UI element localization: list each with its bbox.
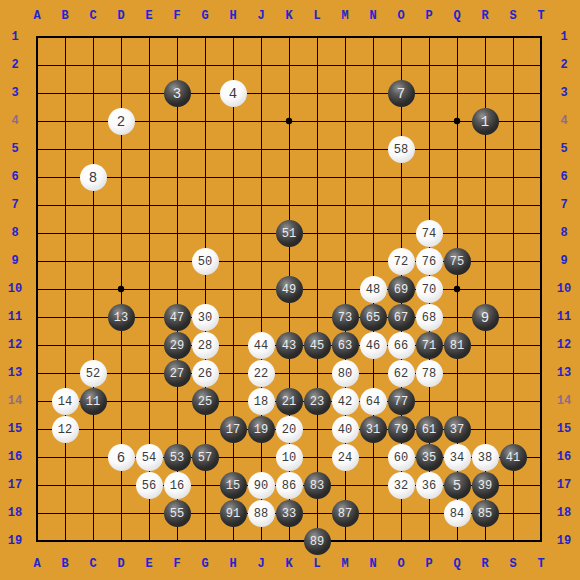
- stone-white-6[interactable]: 6: [108, 444, 135, 471]
- stone-move-number: 81: [450, 340, 464, 352]
- stone-white-48[interactable]: 48: [360, 276, 387, 303]
- stone-black-75[interactable]: 75: [444, 248, 471, 275]
- go-board: AABBCCDDEEFFGGHHJJKKLLMMNNOOPPQQRRSSTT11…: [0, 0, 580, 580]
- stone-move-number: 85: [478, 508, 492, 520]
- stone-black-63[interactable]: 63: [332, 332, 359, 359]
- stone-black-45[interactable]: 45: [304, 332, 331, 359]
- stone-move-number: 37: [450, 424, 464, 436]
- stone-move-number: 83: [310, 480, 324, 492]
- stone-move-number: 62: [394, 368, 408, 380]
- stone-white-60[interactable]: 60: [388, 444, 415, 471]
- stone-move-number: 3: [173, 87, 181, 101]
- stone-move-number: 63: [338, 340, 352, 352]
- stone-move-number: 24: [338, 452, 352, 464]
- stone-black-85[interactable]: 85: [472, 500, 499, 527]
- stone-black-49[interactable]: 49: [276, 276, 303, 303]
- stone-move-number: 10: [282, 452, 296, 464]
- stone-white-12[interactable]: 12: [52, 416, 79, 443]
- stone-move-number: 16: [170, 480, 184, 492]
- stone-move-number: 5: [453, 479, 461, 493]
- stone-move-number: 42: [338, 396, 352, 408]
- stone-move-number: 19: [254, 424, 268, 436]
- stone-black-19[interactable]: 19: [248, 416, 275, 443]
- stone-move-number: 1: [481, 115, 489, 129]
- stone-white-78[interactable]: 78: [416, 360, 443, 387]
- stone-move-number: 4: [229, 87, 237, 101]
- stone-move-number: 64: [366, 396, 380, 408]
- stone-move-number: 52: [86, 368, 100, 380]
- stone-black-15[interactable]: 15: [220, 472, 247, 499]
- stone-white-56[interactable]: 56: [136, 472, 163, 499]
- stone-move-number: 28: [198, 340, 212, 352]
- stone-white-22[interactable]: 22: [248, 360, 275, 387]
- stone-black-73[interactable]: 73: [332, 304, 359, 331]
- stone-move-number: 21: [282, 396, 296, 408]
- stone-move-number: 73: [338, 312, 352, 324]
- stone-black-21[interactable]: 21: [276, 388, 303, 415]
- stone-move-number: 22: [254, 368, 268, 380]
- stone-move-number: 77: [394, 396, 408, 408]
- stone-black-61[interactable]: 61: [416, 416, 443, 443]
- stone-move-number: 14: [58, 396, 72, 408]
- stone-white-88[interactable]: 88: [248, 500, 275, 527]
- stone-move-number: 7: [397, 87, 405, 101]
- stone-move-number: 17: [226, 424, 240, 436]
- stone-white-54[interactable]: 54: [136, 444, 163, 471]
- stone-black-71[interactable]: 71: [416, 332, 443, 359]
- stone-move-number: 46: [366, 340, 380, 352]
- stone-white-42[interactable]: 42: [332, 388, 359, 415]
- stone-black-1[interactable]: 1: [472, 108, 499, 135]
- stone-move-number: 26: [198, 368, 212, 380]
- stone-black-47[interactable]: 47: [164, 304, 191, 331]
- stone-move-number: 34: [450, 452, 464, 464]
- stone-move-number: 78: [422, 368, 436, 380]
- stone-black-83[interactable]: 83: [304, 472, 331, 499]
- stone-move-number: 44: [254, 340, 268, 352]
- stone-move-number: 12: [58, 424, 72, 436]
- stone-white-72[interactable]: 72: [388, 248, 415, 275]
- stone-move-number: 70: [422, 284, 436, 296]
- board-grid[interactable]: 1234567891011121314151617181920212223242…: [23, 23, 555, 555]
- stone-move-number: 20: [282, 424, 296, 436]
- stone-move-number: 30: [198, 312, 212, 324]
- stone-white-4[interactable]: 4: [220, 80, 247, 107]
- stone-black-87[interactable]: 87: [332, 500, 359, 527]
- stone-move-number: 79: [394, 424, 408, 436]
- stone-move-number: 75: [450, 256, 464, 268]
- stone-white-50[interactable]: 50: [192, 248, 219, 275]
- stone-white-24[interactable]: 24: [332, 444, 359, 471]
- stone-move-number: 51: [282, 228, 296, 240]
- stone-black-91[interactable]: 91: [220, 500, 247, 527]
- stone-move-number: 54: [142, 452, 156, 464]
- stone-move-number: 61: [422, 424, 436, 436]
- stone-move-number: 15: [226, 480, 240, 492]
- stone-move-number: 80: [338, 368, 352, 380]
- stone-white-68[interactable]: 68: [416, 304, 443, 331]
- stone-white-2[interactable]: 2: [108, 108, 135, 135]
- stone-move-number: 69: [394, 284, 408, 296]
- stone-move-number: 11: [86, 396, 100, 408]
- stone-move-number: 35: [422, 452, 436, 464]
- stone-white-64[interactable]: 64: [360, 388, 387, 415]
- stone-black-33[interactable]: 33: [276, 500, 303, 527]
- stone-move-number: 71: [422, 340, 436, 352]
- stone-move-number: 9: [481, 311, 489, 325]
- stone-white-58[interactable]: 58: [388, 136, 415, 163]
- stone-black-81[interactable]: 81: [444, 332, 471, 359]
- stone-black-77[interactable]: 77: [388, 388, 415, 415]
- stone-move-number: 76: [422, 256, 436, 268]
- stone-white-14[interactable]: 14: [52, 388, 79, 415]
- stone-move-number: 65: [366, 312, 380, 324]
- stone-white-36[interactable]: 36: [416, 472, 443, 499]
- stone-black-25[interactable]: 25: [192, 388, 219, 415]
- stone-black-27[interactable]: 27: [164, 360, 191, 387]
- stone-white-32[interactable]: 32: [388, 472, 415, 499]
- stone-move-number: 27: [170, 368, 184, 380]
- stone-black-39[interactable]: 39: [472, 472, 499, 499]
- stone-white-16[interactable]: 16: [164, 472, 191, 499]
- stone-white-46[interactable]: 46: [360, 332, 387, 359]
- stone-move-number: 67: [394, 312, 408, 324]
- stone-move-number: 87: [338, 508, 352, 520]
- stone-move-number: 74: [422, 228, 436, 240]
- stone-black-89[interactable]: 89: [304, 528, 331, 555]
- stone-white-86[interactable]: 86: [276, 472, 303, 499]
- stone-move-number: 18: [254, 396, 268, 408]
- stone-move-number: 31: [366, 424, 380, 436]
- stone-move-number: 49: [282, 284, 296, 296]
- stone-white-28[interactable]: 28: [192, 332, 219, 359]
- stone-move-number: 33: [282, 508, 296, 520]
- stone-black-65[interactable]: 65: [360, 304, 387, 331]
- stone-move-number: 47: [170, 312, 184, 324]
- stone-move-number: 89: [310, 536, 324, 548]
- stone-move-number: 55: [170, 508, 184, 520]
- stone-move-number: 6: [117, 451, 125, 465]
- stone-move-number: 84: [450, 508, 464, 520]
- stone-move-number: 68: [422, 312, 436, 324]
- stone-black-35[interactable]: 35: [416, 444, 443, 471]
- stone-move-number: 66: [394, 340, 408, 352]
- stone-black-69[interactable]: 69: [388, 276, 415, 303]
- stone-white-40[interactable]: 40: [332, 416, 359, 443]
- stone-white-18[interactable]: 18: [248, 388, 275, 415]
- stone-move-number: 86: [282, 480, 296, 492]
- stone-move-number: 58: [394, 144, 408, 156]
- stone-white-74[interactable]: 74: [416, 220, 443, 247]
- stone-black-67[interactable]: 67: [388, 304, 415, 331]
- stone-move-number: 72: [394, 256, 408, 268]
- stone-move-number: 57: [198, 452, 212, 464]
- stone-black-7[interactable]: 7: [388, 80, 415, 107]
- stone-white-62[interactable]: 62: [388, 360, 415, 387]
- stone-move-number: 40: [338, 424, 352, 436]
- stone-white-76[interactable]: 76: [416, 248, 443, 275]
- stone-black-9[interactable]: 9: [472, 304, 499, 331]
- stone-white-66[interactable]: 66: [388, 332, 415, 359]
- stone-move-number: 29: [170, 340, 184, 352]
- stone-move-number: 25: [198, 396, 212, 408]
- stone-white-34[interactable]: 34: [444, 444, 471, 471]
- stone-white-84[interactable]: 84: [444, 500, 471, 527]
- stone-black-57[interactable]: 57: [192, 444, 219, 471]
- stone-black-11[interactable]: 11: [80, 388, 107, 415]
- stone-move-number: 41: [506, 452, 520, 464]
- stone-black-31[interactable]: 31: [360, 416, 387, 443]
- stone-move-number: 13: [114, 312, 128, 324]
- stone-move-number: 90: [254, 480, 268, 492]
- stone-move-number: 39: [478, 480, 492, 492]
- stone-move-number: 38: [478, 452, 492, 464]
- stone-white-90[interactable]: 90: [248, 472, 275, 499]
- stone-move-number: 43: [282, 340, 296, 352]
- stone-move-number: 2: [117, 115, 125, 129]
- stone-white-80[interactable]: 80: [332, 360, 359, 387]
- stone-black-55[interactable]: 55: [164, 500, 191, 527]
- stone-move-number: 56: [142, 480, 156, 492]
- stone-black-17[interactable]: 17: [220, 416, 247, 443]
- stone-move-number: 48: [366, 284, 380, 296]
- stone-white-70[interactable]: 70: [416, 276, 443, 303]
- stone-move-number: 32: [394, 480, 408, 492]
- stone-black-79[interactable]: 79: [388, 416, 415, 443]
- stone-black-43[interactable]: 43: [276, 332, 303, 359]
- stone-white-26[interactable]: 26: [192, 360, 219, 387]
- stone-black-53[interactable]: 53: [164, 444, 191, 471]
- stone-white-30[interactable]: 30: [192, 304, 219, 331]
- stone-white-20[interactable]: 20: [276, 416, 303, 443]
- stone-black-5[interactable]: 5: [444, 472, 471, 499]
- stone-move-number: 23: [310, 396, 324, 408]
- stone-white-52[interactable]: 52: [80, 360, 107, 387]
- stone-black-23[interactable]: 23: [304, 388, 331, 415]
- stone-move-number: 88: [254, 508, 268, 520]
- stone-black-3[interactable]: 3: [164, 80, 191, 107]
- stone-move-number: 45: [310, 340, 324, 352]
- stone-white-10[interactable]: 10: [276, 444, 303, 471]
- stone-black-41[interactable]: 41: [500, 444, 527, 471]
- stone-move-number: 8: [89, 171, 97, 185]
- stone-move-number: 53: [170, 452, 184, 464]
- stone-black-51[interactable]: 51: [276, 220, 303, 247]
- stone-move-number: 60: [394, 452, 408, 464]
- stone-black-37[interactable]: 37: [444, 416, 471, 443]
- stone-white-8[interactable]: 8: [80, 164, 107, 191]
- stone-black-13[interactable]: 13: [108, 304, 135, 331]
- stone-move-number: 36: [422, 480, 436, 492]
- stone-white-38[interactable]: 38: [472, 444, 499, 471]
- stone-white-44[interactable]: 44: [248, 332, 275, 359]
- stone-black-29[interactable]: 29: [164, 332, 191, 359]
- stone-move-number: 50: [198, 256, 212, 268]
- stone-move-number: 91: [226, 508, 240, 520]
